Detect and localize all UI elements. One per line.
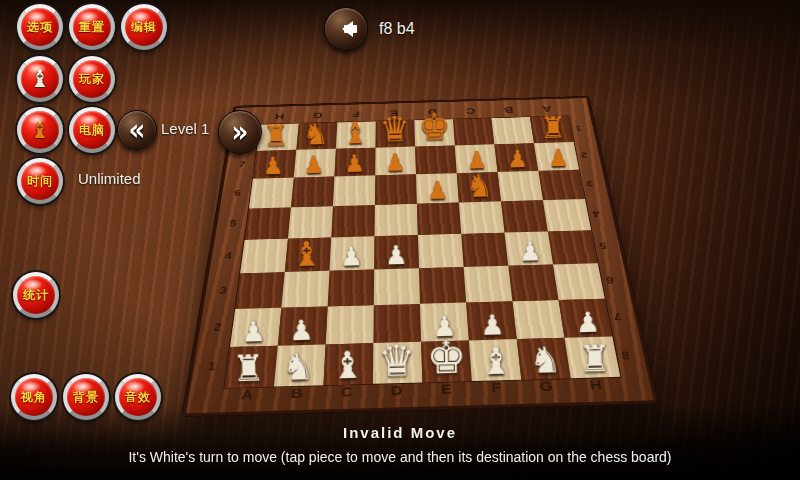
black-bishop-c8[interactable]: ♝ [342,117,369,148]
back-arrow-icon [334,21,358,37]
square-c4[interactable]: ♟ [329,236,374,271]
sound-button[interactable]: 音效 [115,374,161,420]
coord-label-4: 4 [216,239,240,273]
reset-button-label: 重置 [79,21,105,33]
square-f8[interactable] [453,118,495,145]
computer-button[interactable]: 电脑 [69,107,115,153]
square-f6[interactable]: ♞ [457,172,501,203]
square-a4[interactable] [240,239,288,274]
square-g5[interactable] [501,200,548,232]
square-e5[interactable] [417,203,461,235]
black-queen-d8[interactable]: ♛ [379,111,410,146]
square-d7[interactable]: ♟ [375,147,416,176]
square-e8[interactable]: ♚ [414,119,454,146]
black-bishop-b4[interactable]: ♝ [291,236,322,271]
board-grid: ♜♞♝♛♚♜♟♟♟♟♟♟♟♟♞♝♟♟♟♟♟♟♟♟♜♞♝♛♚♝♞♜ [223,115,621,388]
square-a1[interactable]: ♜ [224,346,277,388]
white-bishop-f1[interactable]: ♝ [479,341,513,379]
square-f3[interactable] [464,266,513,303]
square-c3[interactable] [328,270,375,307]
square-b6[interactable] [291,177,335,208]
square-h6[interactable] [538,170,585,200]
square-g4[interactable]: ♟ [505,231,554,265]
square-a3[interactable] [235,272,285,309]
coord-label-7: 7 [231,151,253,179]
white-rook-h1[interactable]: ♜ [579,340,612,377]
square-a7[interactable]: ♟ [253,150,296,179]
square-c2[interactable] [326,305,374,344]
white-king-e1[interactable]: ♚ [426,335,467,381]
board-tilt-wrapper: ABCDEFGH ABCDEFGH 87654321 87654321 ♜♞♝♛… [193,11,637,455]
undo-move-button[interactable] [324,7,368,51]
black-knight-b8[interactable]: ♞ [303,119,329,149]
player-button-label: 玩家 [79,73,105,85]
black-knight-f6[interactable]: ♞ [466,170,494,202]
coord-label-C: C [451,105,490,117]
square-d4[interactable]: ♟ [374,235,419,270]
coord-label-6: 6 [226,178,248,208]
black-rook-h8[interactable]: ♜ [540,112,566,142]
square-a6[interactable] [249,178,294,209]
white-pawn-b2[interactable]: ♟ [289,316,314,344]
edit-button[interactable]: 编辑 [121,4,167,50]
square-d3[interactable] [374,268,420,305]
sound-button-label: 音效 [125,391,151,403]
black-pawn-e6[interactable]: ♟ [427,178,449,203]
square-e3[interactable] [419,267,466,304]
coord-label-1: 1 [198,346,225,387]
stats-button[interactable]: 统计 [13,272,59,318]
options-button[interactable]: 选项 [17,4,63,50]
white-knight-g1[interactable]: ♞ [529,341,562,378]
white-pawn-g4[interactable]: ♟ [519,238,542,265]
square-b1[interactable]: ♞ [274,344,326,386]
white-bishop-c1[interactable]: ♝ [331,346,365,384]
orange-chess-piece-icon: ♝ [29,118,51,142]
stats-button-label: 统计 [23,289,49,301]
black-rook-a8[interactable]: ♜ [263,120,289,150]
level-prev-button[interactable]: « [117,110,157,150]
black-pawn-c7[interactable]: ♟ [344,151,365,175]
player-button[interactable]: 玩家 [69,56,115,102]
coord-label-D: D [372,382,422,402]
square-g2[interactable] [512,300,564,339]
square-c7[interactable]: ♟ [334,148,375,177]
square-e4[interactable] [418,234,464,268]
level-next-button[interactable]: » [218,110,262,154]
square-f1[interactable]: ♝ [469,339,521,381]
square-g6[interactable] [498,171,543,202]
double-chevron-left-icon: « [129,115,146,145]
time-button[interactable]: 时间 [17,158,63,204]
square-b3[interactable] [281,271,329,308]
status-title: Invalid Move [0,424,800,441]
square-e7[interactable] [415,145,457,174]
square-f5[interactable] [459,201,505,233]
view-button[interactable]: 视角 [11,374,57,420]
coord-label-A: A [221,386,273,406]
black-pawn-d7[interactable]: ♟ [385,150,406,174]
white-pawn-d4[interactable]: ♟ [384,242,407,269]
coord-label-H: H [570,376,623,396]
view-button-label: 视角 [21,391,47,403]
white-queen-d1[interactable]: ♛ [378,339,417,383]
square-d5[interactable] [375,204,418,236]
square-e6[interactable]: ♟ [416,173,459,204]
coord-label-2: 2 [204,308,230,347]
edit-button-label: 编辑 [131,21,157,33]
coord-label-5: 5 [221,208,244,240]
square-a2[interactable]: ♟ [230,308,281,347]
black-pawn-h7[interactable]: ♟ [548,146,569,170]
computer-button-label: 电脑 [79,124,105,136]
black-pawn-a7[interactable]: ♟ [262,154,283,178]
square-c1[interactable]: ♝ [323,343,373,385]
coord-label-1: 1 [567,115,589,142]
coord-label-F: F [471,379,523,399]
square-g8[interactable] [491,117,534,144]
white-pieces-button[interactable]: ♝ [17,56,63,102]
app-window: ABCDEFGH ABCDEFGH 87654321 87654321 ♜♞♝♛… [0,0,800,480]
black-king-e8[interactable]: ♚ [418,109,451,146]
options-button-label: 选项 [27,21,53,33]
coord-label-B: B [271,384,322,404]
white-pawn-c4[interactable]: ♟ [340,243,363,270]
black-pawn-b7[interactable]: ♟ [303,152,324,176]
coord-label-3: 3 [210,273,235,309]
square-e1[interactable]: ♚ [421,340,472,382]
white-pawn-h2[interactable]: ♟ [576,308,601,336]
time-button-label: 时间 [27,175,53,187]
square-h8[interactable]: ♜ [530,116,574,143]
square-g3[interactable] [508,265,558,302]
double-chevron-right-icon: » [232,117,249,147]
square-a8[interactable]: ♜ [257,124,299,151]
square-a5[interactable] [245,207,291,240]
square-g7[interactable]: ♟ [494,143,538,172]
coord-label-G: G [520,377,572,397]
black-pawn-g7[interactable]: ♟ [507,147,528,171]
background-button-label: 背景 [73,391,99,403]
white-pawn-a2[interactable]: ♟ [241,318,266,346]
coord-label-E: E [421,380,472,400]
white-rook-a1[interactable]: ♜ [232,350,265,387]
square-c5[interactable] [331,205,375,238]
square-h5[interactable] [543,199,591,231]
square-d1[interactable]: ♛ [373,342,422,384]
white-knight-b1[interactable]: ♞ [282,348,315,385]
white-pawn-f2[interactable]: ♟ [480,311,505,339]
reset-button[interactable]: 重置 [69,4,115,50]
black-pieces-button[interactable]: ♝ [17,107,63,153]
square-d8[interactable]: ♛ [376,120,416,147]
square-c6[interactable] [333,175,375,206]
square-f2[interactable]: ♟ [466,301,517,340]
coord-label-B: B [489,104,529,116]
square-b4[interactable]: ♝ [285,237,331,272]
white-chess-piece-icon: ♝ [29,67,51,91]
square-b7[interactable]: ♟ [294,149,336,178]
last-move-text: f8 b4 [379,20,415,38]
square-b2[interactable]: ♟ [278,306,328,345]
square-f4[interactable] [461,233,508,267]
level-label: Level 1 [161,120,209,137]
time-limit-value: Unlimited [78,170,141,187]
square-h7[interactable]: ♟ [534,142,579,171]
background-button[interactable]: 背景 [63,374,109,420]
square-b8[interactable]: ♞ [296,122,337,149]
square-d6[interactable] [375,174,417,205]
square-g1[interactable]: ♞ [517,338,571,380]
status-subtitle: It's White's turn to move (tap piece to … [0,449,800,465]
square-c8[interactable]: ♝ [336,121,376,148]
